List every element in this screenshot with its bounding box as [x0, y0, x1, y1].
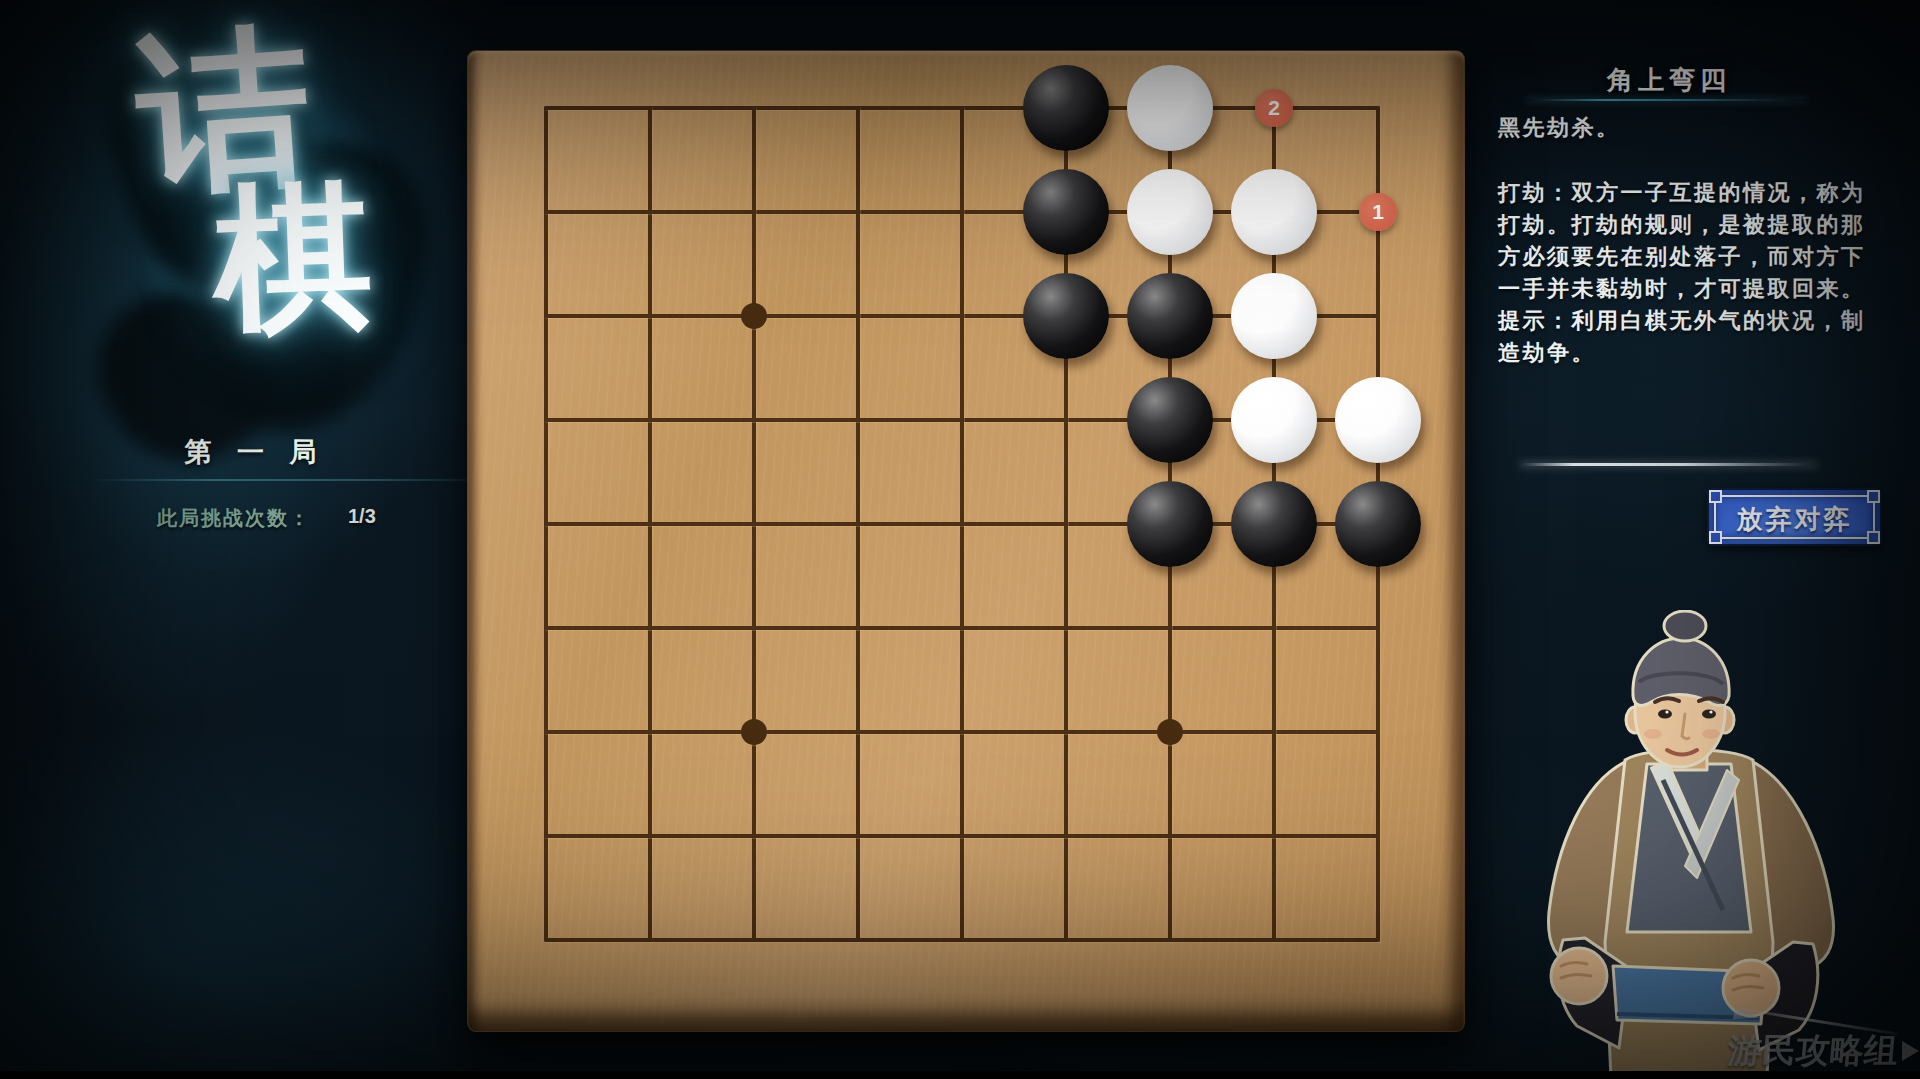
white-stone [1127, 65, 1213, 151]
star-point [741, 303, 767, 329]
black-stone [1231, 481, 1317, 567]
watermark: 游民攻略组 [1722, 1006, 1920, 1076]
round-label: 第 一 局 [105, 434, 405, 470]
title-divider [1527, 99, 1807, 101]
grid-line-horizontal [544, 938, 1380, 942]
black-stone [1127, 481, 1213, 567]
move-marker: 2 [1255, 89, 1293, 127]
section-divider [1520, 463, 1818, 466]
watermark-text: 游民攻略组 [1726, 1028, 1900, 1074]
puzzle-title: 角上弯四 [1519, 63, 1819, 98]
grid-line-horizontal [544, 834, 1380, 838]
grid-line-horizontal [544, 626, 1380, 630]
grid-line-horizontal [544, 730, 1380, 734]
attempts-value: 1/3 [348, 505, 376, 528]
go-board[interactable]: 21 [467, 50, 1465, 1032]
black-stone [1127, 273, 1213, 359]
give-up-button[interactable]: 放弃对弈 [1707, 488, 1882, 546]
black-stone [1023, 169, 1109, 255]
logo-char-bottom: 棋 [211, 177, 374, 340]
watermark-arrow-icon [1902, 1041, 1919, 1061]
move-marker: 1 [1359, 193, 1397, 231]
game-screen: 诘 棋 第 一 局 此局挑战次数： 1/3 21 角上弯四 黑先劫杀。 打劫：双… [0, 0, 1920, 1079]
left-fist [1551, 948, 1607, 1004]
give-up-button-label: 放弃对弈 [1709, 502, 1880, 537]
white-stone [1231, 169, 1317, 255]
star-point [741, 719, 767, 745]
puzzle-description: 打劫：双方一子互提的情况，称为打劫。打劫的规则，是被提取的那方必须要先在别处落子… [1498, 177, 1880, 369]
puzzle-intro: 黑先劫杀。 [1498, 112, 1880, 144]
black-stone [1023, 65, 1109, 151]
left-divider [95, 479, 487, 481]
board-grid[interactable]: 21 [546, 108, 1378, 940]
white-stone [1231, 273, 1317, 359]
bottom-letterbox-bar [0, 1071, 1920, 1079]
attempts-label: 此局挑战次数： [157, 505, 311, 532]
black-stone [1127, 377, 1213, 463]
white-stone [1231, 377, 1317, 463]
white-stone [1335, 377, 1421, 463]
black-stone [1335, 481, 1421, 567]
star-point [1157, 719, 1183, 745]
white-stone [1127, 169, 1213, 255]
black-stone [1023, 273, 1109, 359]
puzzle-text: 黑先劫杀。 打劫：双方一子互提的情况，称为打劫。打劫的规则，是被提取的那方必须要… [1498, 112, 1880, 369]
hair-bun [1664, 611, 1706, 641]
